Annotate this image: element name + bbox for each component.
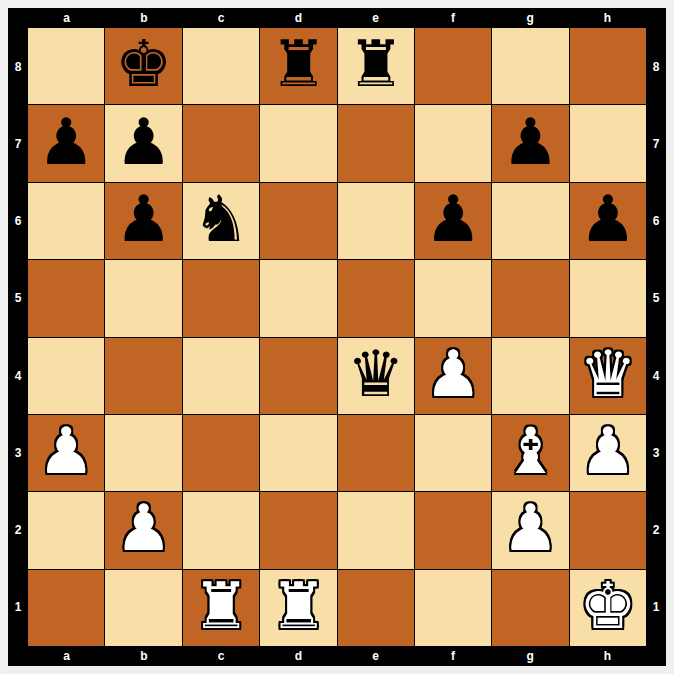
square-c7[interactable] [183,105,259,181]
file-label-d: d [260,8,337,28]
chess-board: ♚♜♜♟♟♟♟♞♟♟♛♟♛♟♝♟♟♟♜♜♚ [28,28,646,646]
square-h2[interactable] [570,492,646,568]
black-rook-piece: ♜ [270,32,327,96]
rank-label-5: 5 [8,260,28,337]
file-label-g: g [492,646,569,666]
file-labels-top: abcdefgh [28,8,646,28]
rank-label-1: 1 [646,569,666,646]
square-d5[interactable] [260,260,336,336]
square-e7[interactable] [338,105,414,181]
square-e5[interactable] [338,260,414,336]
file-label-e: e [337,8,414,28]
square-f8[interactable] [415,28,491,104]
file-label-a: a [28,8,105,28]
rank-label-2: 2 [8,492,28,569]
black-pawn-piece: ♟ [38,110,95,174]
square-d4[interactable] [260,338,336,414]
file-label-b: b [105,8,182,28]
square-b8[interactable]: ♚ [105,28,181,104]
square-a7[interactable]: ♟ [28,105,104,181]
black-queen-piece: ♛ [347,342,404,406]
square-g5[interactable] [492,260,568,336]
square-e8[interactable]: ♜ [338,28,414,104]
square-a8[interactable] [28,28,104,104]
square-g4[interactable] [492,338,568,414]
white-pawn-piece: ♟ [502,496,559,560]
square-g2[interactable]: ♟ [492,492,568,568]
rank-label-6: 6 [8,183,28,260]
rank-label-4: 4 [8,337,28,414]
square-b7[interactable]: ♟ [105,105,181,181]
square-h1[interactable]: ♚ [570,570,646,646]
rank-label-5: 5 [646,260,666,337]
white-bishop-piece: ♝ [502,419,559,483]
rank-label-3: 3 [8,414,28,491]
square-f2[interactable] [415,492,491,568]
square-a3[interactable]: ♟ [28,415,104,491]
square-c8[interactable] [183,28,259,104]
black-pawn-piece: ♟ [424,187,481,251]
file-label-h: h [569,646,646,666]
rank-label-2: 2 [646,492,666,569]
black-pawn-piece: ♟ [579,187,636,251]
square-a2[interactable] [28,492,104,568]
square-h8[interactable] [570,28,646,104]
file-labels-bottom: abcdefgh [28,646,646,666]
rank-label-7: 7 [646,105,666,182]
rank-label-4: 4 [646,337,666,414]
square-g7[interactable]: ♟ [492,105,568,181]
chess-diagram: abcdefgh abcdefgh 87654321 87654321 ♚♜♜♟… [0,0,674,674]
square-a4[interactable] [28,338,104,414]
white-pawn-piece: ♟ [579,419,636,483]
square-h6[interactable]: ♟ [570,183,646,259]
black-king-piece: ♚ [115,32,172,96]
square-g6[interactable] [492,183,568,259]
white-king-piece: ♚ [579,574,636,638]
file-label-h: h [569,8,646,28]
file-label-a: a [28,646,105,666]
file-label-f: f [414,646,491,666]
black-pawn-piece: ♟ [502,110,559,174]
black-pawn-piece: ♟ [115,110,172,174]
white-rook-piece: ♜ [270,574,327,638]
square-b4[interactable] [105,338,181,414]
rank-labels-left: 87654321 [8,28,28,646]
square-d3[interactable] [260,415,336,491]
file-label-f: f [414,8,491,28]
white-pawn-piece: ♟ [115,496,172,560]
black-rook-piece: ♜ [347,32,404,96]
rank-label-1: 1 [8,569,28,646]
file-label-b: b [105,646,182,666]
square-e2[interactable] [338,492,414,568]
file-label-e: e [337,646,414,666]
square-c1[interactable]: ♜ [183,570,259,646]
file-label-g: g [492,8,569,28]
square-e4[interactable]: ♛ [338,338,414,414]
white-pawn-piece: ♟ [38,419,95,483]
rank-labels-right: 87654321 [646,28,666,646]
white-queen-piece: ♛ [579,342,636,406]
black-knight-piece: ♞ [192,187,249,251]
white-pawn-piece: ♟ [424,342,481,406]
square-f1[interactable] [415,570,491,646]
square-c5[interactable] [183,260,259,336]
square-h5[interactable] [570,260,646,336]
square-b5[interactable] [105,260,181,336]
rank-label-6: 6 [646,183,666,260]
file-label-c: c [183,646,260,666]
square-f6[interactable]: ♟ [415,183,491,259]
square-e1[interactable] [338,570,414,646]
square-g1[interactable] [492,570,568,646]
square-d2[interactable] [260,492,336,568]
square-d6[interactable] [260,183,336,259]
square-g3[interactable]: ♝ [492,415,568,491]
square-b1[interactable] [105,570,181,646]
square-g8[interactable] [492,28,568,104]
rank-label-3: 3 [646,414,666,491]
square-a1[interactable] [28,570,104,646]
square-d1[interactable]: ♜ [260,570,336,646]
square-f4[interactable]: ♟ [415,338,491,414]
square-f7[interactable] [415,105,491,181]
square-e3[interactable] [338,415,414,491]
file-label-d: d [260,646,337,666]
square-c2[interactable] [183,492,259,568]
square-b2[interactable]: ♟ [105,492,181,568]
square-d8[interactable]: ♜ [260,28,336,104]
file-label-c: c [183,8,260,28]
square-h7[interactable] [570,105,646,181]
black-pawn-piece: ♟ [115,187,172,251]
square-f5[interactable] [415,260,491,336]
square-b3[interactable] [105,415,181,491]
white-rook-piece: ♜ [192,574,249,638]
rank-label-8: 8 [8,28,28,105]
square-b6[interactable]: ♟ [105,183,181,259]
rank-label-8: 8 [646,28,666,105]
square-c3[interactable] [183,415,259,491]
square-f3[interactable] [415,415,491,491]
square-a6[interactable] [28,183,104,259]
rank-label-7: 7 [8,105,28,182]
square-c4[interactable] [183,338,259,414]
square-d7[interactable] [260,105,336,181]
square-h4[interactable]: ♛ [570,338,646,414]
square-e6[interactable] [338,183,414,259]
square-a5[interactable] [28,260,104,336]
square-h3[interactable]: ♟ [570,415,646,491]
board-frame: abcdefgh abcdefgh 87654321 87654321 ♚♜♜♟… [8,8,666,666]
square-c6[interactable]: ♞ [183,183,259,259]
